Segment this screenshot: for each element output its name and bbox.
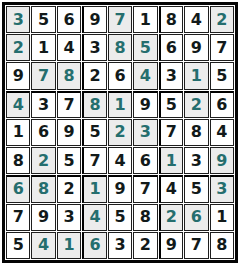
sudoku-cell-r6c2[interactable]: 2	[31, 147, 55, 174]
sudoku-cell-r3c3[interactable]: 8	[57, 62, 81, 89]
sudoku-cell-r3c4[interactable]: 2	[82, 62, 106, 89]
sudoku-cell-r8c4[interactable]: 4	[82, 204, 106, 231]
sudoku-cell-r9c3[interactable]: 1	[57, 232, 81, 259]
sudoku-cell-r5c7[interactable]: 7	[159, 119, 183, 146]
sudoku-cell-r5c5[interactable]: 2	[108, 119, 132, 146]
sudoku-cell-r3c8[interactable]: 1	[184, 62, 208, 89]
sudoku-cell-r9c1[interactable]: 5	[6, 232, 30, 259]
sudoku-cell-r9c2[interactable]: 4	[31, 232, 55, 259]
sudoku-cell-r4c3[interactable]: 7	[57, 91, 81, 118]
sudoku-board: 3569718422143856979782643154378195261695…	[2, 2, 238, 263]
sudoku-cell-r2c6[interactable]: 5	[133, 34, 157, 61]
sudoku-cell-r6c8[interactable]: 3	[184, 147, 208, 174]
sudoku-cell-r5c6[interactable]: 3	[133, 119, 157, 146]
sudoku-cell-r9c9[interactable]: 8	[210, 232, 234, 259]
sudoku-cell-r2c5[interactable]: 8	[108, 34, 132, 61]
sudoku-cell-r5c9[interactable]: 4	[210, 119, 234, 146]
sudoku-cell-r2c1[interactable]: 2	[6, 34, 30, 61]
sudoku-cell-r2c9[interactable]: 7	[210, 34, 234, 61]
sudoku-cell-r1c2[interactable]: 5	[31, 6, 55, 33]
sudoku-cell-r7c2[interactable]: 8	[31, 175, 55, 202]
sudoku-cell-r4c4[interactable]: 8	[82, 91, 106, 118]
sudoku-cell-r7c6[interactable]: 7	[133, 175, 157, 202]
sudoku-cell-r5c1[interactable]: 1	[6, 119, 30, 146]
sudoku-cell-r5c8[interactable]: 8	[184, 119, 208, 146]
sudoku-cell-r4c2[interactable]: 3	[31, 91, 55, 118]
sudoku-cell-r2c7[interactable]: 6	[159, 34, 183, 61]
sudoku-cell-r6c1[interactable]: 8	[6, 147, 30, 174]
sudoku-cell-r6c4[interactable]: 7	[82, 147, 106, 174]
sudoku-cell-r2c3[interactable]: 4	[57, 34, 81, 61]
sudoku-cell-r9c8[interactable]: 7	[184, 232, 208, 259]
sudoku-cell-r1c9[interactable]: 2	[210, 6, 234, 33]
sudoku-cell-r9c5[interactable]: 3	[108, 232, 132, 259]
sudoku-cell-r7c3[interactable]: 2	[57, 175, 81, 202]
sudoku-cell-r4c7[interactable]: 5	[159, 91, 183, 118]
sudoku-cell-r6c3[interactable]: 5	[57, 147, 81, 174]
sudoku-cell-r5c3[interactable]: 9	[57, 119, 81, 146]
sudoku-cell-r3c2[interactable]: 7	[31, 62, 55, 89]
sudoku-cell-r2c2[interactable]: 1	[31, 34, 55, 61]
sudoku-cell-r7c8[interactable]: 5	[184, 175, 208, 202]
sudoku-cell-r8c9[interactable]: 1	[210, 204, 234, 231]
sudoku-cell-r8c8[interactable]: 6	[184, 204, 208, 231]
sudoku-cell-r5c4[interactable]: 5	[82, 119, 106, 146]
sudoku-cell-r6c9[interactable]: 9	[210, 147, 234, 174]
sudoku-cell-r5c2[interactable]: 6	[31, 119, 55, 146]
sudoku-cell-r8c5[interactable]: 5	[108, 204, 132, 231]
sudoku-cell-r8c2[interactable]: 9	[31, 204, 55, 231]
sudoku-cell-r2c4[interactable]: 3	[82, 34, 106, 61]
sudoku-cell-r3c5[interactable]: 6	[108, 62, 132, 89]
sudoku-cell-r6c6[interactable]: 6	[133, 147, 157, 174]
sudoku-cell-r7c1[interactable]: 6	[6, 175, 30, 202]
sudoku-cell-r4c1[interactable]: 4	[6, 91, 30, 118]
sudoku-cell-r9c7[interactable]: 9	[159, 232, 183, 259]
sudoku-cell-r1c5[interactable]: 7	[108, 6, 132, 33]
sudoku-cell-r6c7[interactable]: 1	[159, 147, 183, 174]
sudoku-cell-r1c1[interactable]: 3	[6, 6, 30, 33]
sudoku-cell-r4c6[interactable]: 9	[133, 91, 157, 118]
sudoku-cell-r1c7[interactable]: 8	[159, 6, 183, 33]
sudoku-cell-r9c6[interactable]: 2	[133, 232, 157, 259]
sudoku-page: 3569718422143856979782643154378195261695…	[0, 0, 240, 265]
sudoku-cell-r7c9[interactable]: 3	[210, 175, 234, 202]
sudoku-cell-r6c5[interactable]: 4	[108, 147, 132, 174]
sudoku-cell-r3c7[interactable]: 3	[159, 62, 183, 89]
sudoku-cell-r3c9[interactable]: 5	[210, 62, 234, 89]
sudoku-cell-r1c6[interactable]: 1	[133, 6, 157, 33]
sudoku-cell-r8c6[interactable]: 8	[133, 204, 157, 231]
sudoku-cell-r4c8[interactable]: 2	[184, 91, 208, 118]
sudoku-cell-r3c6[interactable]: 4	[133, 62, 157, 89]
sudoku-cell-r4c5[interactable]: 1	[108, 91, 132, 118]
sudoku-cell-r9c4[interactable]: 6	[82, 232, 106, 259]
sudoku-cell-r8c1[interactable]: 7	[6, 204, 30, 231]
sudoku-cell-r4c9[interactable]: 6	[210, 91, 234, 118]
sudoku-cell-r1c3[interactable]: 6	[57, 6, 81, 33]
sudoku-cell-r7c4[interactable]: 1	[82, 175, 106, 202]
sudoku-cell-r8c7[interactable]: 2	[159, 204, 183, 231]
sudoku-cell-r7c7[interactable]: 4	[159, 175, 183, 202]
sudoku-cell-r1c8[interactable]: 4	[184, 6, 208, 33]
sudoku-cell-r2c8[interactable]: 9	[184, 34, 208, 61]
sudoku-cell-r7c5[interactable]: 9	[108, 175, 132, 202]
sudoku-cell-r8c3[interactable]: 3	[57, 204, 81, 231]
sudoku-cell-r3c1[interactable]: 9	[6, 62, 30, 89]
sudoku-cell-r1c4[interactable]: 9	[82, 6, 106, 33]
